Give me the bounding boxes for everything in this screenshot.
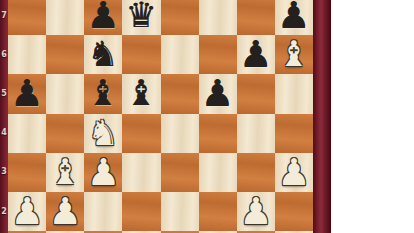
black-pawn-a5[interactable]: ♟ xyxy=(10,74,43,113)
square-h5[interactable] xyxy=(275,74,313,113)
square-e2[interactable] xyxy=(161,192,199,231)
rank-label-3: 3 xyxy=(0,168,8,176)
black-pawn-g6[interactable]: ♟ xyxy=(239,35,272,74)
square-g7[interactable] xyxy=(237,0,275,35)
white-pawn-h3[interactable]: ♟ xyxy=(277,153,310,192)
white-pawn-b2[interactable]: ♟ xyxy=(49,192,82,231)
square-b4[interactable] xyxy=(46,114,84,153)
square-a7[interactable] xyxy=(8,0,46,35)
board-squares: ♟♛♟♞♟♝♟♝♝♟♞♝♟♟♟♟♟ xyxy=(8,0,313,233)
square-d2[interactable] xyxy=(122,192,160,231)
square-f6[interactable] xyxy=(199,35,237,74)
square-d4[interactable] xyxy=(122,114,160,153)
square-h4[interactable] xyxy=(275,114,313,153)
white-bishop-h6[interactable]: ♝ xyxy=(278,35,309,74)
board-frame-left xyxy=(0,0,8,233)
square-d7[interactable]: ♛ xyxy=(122,0,160,35)
square-e1[interactable] xyxy=(161,231,199,233)
square-a3[interactable] xyxy=(8,153,46,192)
black-pawn-h7[interactable]: ♟ xyxy=(277,0,310,35)
square-b3[interactable]: ♝ xyxy=(46,153,84,192)
square-f3[interactable] xyxy=(199,153,237,192)
square-f2[interactable] xyxy=(199,192,237,231)
square-c7[interactable]: ♟ xyxy=(84,0,122,35)
square-c5[interactable]: ♝ xyxy=(84,74,122,113)
rank-label-5: 5 xyxy=(0,90,8,98)
square-h1[interactable] xyxy=(275,231,313,233)
black-knight-c6[interactable]: ♞ xyxy=(88,35,119,74)
square-e5[interactable] xyxy=(161,74,199,113)
square-f1[interactable] xyxy=(199,231,237,233)
square-g1[interactable] xyxy=(237,231,275,233)
board-frame-right xyxy=(313,0,331,233)
square-b1[interactable] xyxy=(46,231,84,233)
square-b2[interactable]: ♟ xyxy=(46,192,84,231)
white-pawn-g2[interactable]: ♟ xyxy=(239,192,272,231)
square-g4[interactable] xyxy=(237,114,275,153)
white-bishop-b3[interactable]: ♝ xyxy=(49,153,80,192)
rank-label-4: 4 xyxy=(0,129,8,137)
square-f4[interactable] xyxy=(199,114,237,153)
square-e7[interactable] xyxy=(161,0,199,35)
square-g2[interactable]: ♟ xyxy=(237,192,275,231)
black-bishop-d5[interactable]: ♝ xyxy=(126,74,157,113)
chess-board: ♟♛♟♞♟♝♟♝♝♟♞♝♟♟♟♟♟ 765432 xyxy=(0,0,331,233)
square-e3[interactable] xyxy=(161,153,199,192)
rank-label-2: 2 xyxy=(0,208,8,216)
square-g3[interactable] xyxy=(237,153,275,192)
black-bishop-c5[interactable]: ♝ xyxy=(88,74,119,113)
black-queen-d7[interactable]: ♛ xyxy=(126,0,157,35)
square-e4[interactable] xyxy=(161,114,199,153)
page-background: ♟♛♟♞♟♝♟♝♝♟♞♝♟♟♟♟♟ 765432 xyxy=(0,0,414,233)
black-pawn-f5[interactable]: ♟ xyxy=(201,74,234,113)
square-a2[interactable]: ♟ xyxy=(8,192,46,231)
white-knight-c4[interactable]: ♞ xyxy=(88,114,119,153)
square-d1[interactable] xyxy=(122,231,160,233)
square-d6[interactable] xyxy=(122,35,160,74)
square-b7[interactable] xyxy=(46,0,84,35)
square-a6[interactable] xyxy=(8,35,46,74)
square-f5[interactable]: ♟ xyxy=(199,74,237,113)
square-d5[interactable]: ♝ xyxy=(122,74,160,113)
square-g5[interactable] xyxy=(237,74,275,113)
white-pawn-a2[interactable]: ♟ xyxy=(10,192,43,231)
square-c4[interactable]: ♞ xyxy=(84,114,122,153)
square-h6[interactable]: ♝ xyxy=(275,35,313,74)
square-h7[interactable]: ♟ xyxy=(275,0,313,35)
square-d3[interactable] xyxy=(122,153,160,192)
square-g6[interactable]: ♟ xyxy=(237,35,275,74)
square-b6[interactable] xyxy=(46,35,84,74)
rank-label-6: 6 xyxy=(0,51,8,59)
square-h2[interactable] xyxy=(275,192,313,231)
square-e6[interactable] xyxy=(161,35,199,74)
square-a1[interactable] xyxy=(8,231,46,233)
square-a5[interactable]: ♟ xyxy=(8,74,46,113)
rank-label-7: 7 xyxy=(0,12,8,20)
square-b5[interactable] xyxy=(46,74,84,113)
square-c2[interactable] xyxy=(84,192,122,231)
square-a4[interactable] xyxy=(8,114,46,153)
black-pawn-c7[interactable]: ♟ xyxy=(87,0,120,35)
square-c6[interactable]: ♞ xyxy=(84,35,122,74)
square-c3[interactable]: ♟ xyxy=(84,153,122,192)
square-c1[interactable] xyxy=(84,231,122,233)
square-h3[interactable]: ♟ xyxy=(275,153,313,192)
white-pawn-c3[interactable]: ♟ xyxy=(87,153,120,192)
square-f7[interactable] xyxy=(199,0,237,35)
